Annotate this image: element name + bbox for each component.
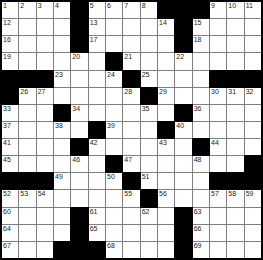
white-cell[interactable]: 65 xyxy=(89,225,105,241)
clue-number: 35 xyxy=(142,105,150,113)
clue-number: 40 xyxy=(176,122,184,130)
black-cell xyxy=(245,173,261,189)
clue-number: 20 xyxy=(72,53,80,61)
white-cell[interactable] xyxy=(89,88,105,104)
black-cell xyxy=(158,2,174,18)
white-cell[interactable] xyxy=(19,156,35,172)
white-cell[interactable] xyxy=(245,53,261,69)
clue-number: 2 xyxy=(20,2,24,10)
black-cell xyxy=(210,71,226,87)
white-cell[interactable]: 42 xyxy=(89,139,105,155)
white-cell[interactable]: 40 xyxy=(175,122,191,138)
clue-number: 37 xyxy=(3,122,11,130)
white-cell[interactable] xyxy=(210,225,226,241)
white-cell[interactable] xyxy=(123,19,139,35)
white-cell[interactable]: 10 xyxy=(227,2,243,18)
white-cell[interactable]: 5 xyxy=(89,2,105,18)
white-cell[interactable] xyxy=(141,225,157,241)
clue-number: 25 xyxy=(142,71,150,79)
white-cell[interactable] xyxy=(193,53,209,69)
black-cell xyxy=(175,105,191,121)
white-cell[interactable] xyxy=(210,208,226,224)
white-cell[interactable]: 39 xyxy=(106,122,122,138)
clue-number: 47 xyxy=(124,156,132,164)
white-cell[interactable] xyxy=(227,139,243,155)
white-cell[interactable] xyxy=(106,88,122,104)
white-cell[interactable]: 16 xyxy=(2,36,18,52)
white-cell[interactable] xyxy=(54,190,70,206)
clue-number: 19 xyxy=(3,53,11,61)
white-cell[interactable] xyxy=(175,71,191,87)
white-cell[interactable] xyxy=(245,208,261,224)
white-cell[interactable]: 31 xyxy=(227,88,243,104)
black-cell xyxy=(37,71,53,87)
white-cell[interactable]: 52 xyxy=(2,190,18,206)
white-cell[interactable] xyxy=(193,122,209,138)
white-cell[interactable] xyxy=(141,36,157,52)
white-cell[interactable]: 27 xyxy=(37,88,53,104)
white-cell[interactable]: 9 xyxy=(210,2,226,18)
clue-number: 44 xyxy=(211,139,219,147)
black-cell xyxy=(210,173,226,189)
clue-number: 32 xyxy=(246,88,254,96)
black-cell xyxy=(19,173,35,189)
white-cell[interactable]: 12 xyxy=(2,19,18,35)
white-cell[interactable]: 59 xyxy=(245,190,261,206)
white-cell[interactable]: 43 xyxy=(158,139,174,155)
white-cell[interactable]: 50 xyxy=(106,173,122,189)
white-cell[interactable] xyxy=(193,190,209,206)
clue-number: 36 xyxy=(194,105,202,113)
clue-number: 54 xyxy=(38,190,46,198)
clue-number: 18 xyxy=(194,36,202,44)
white-cell[interactable] xyxy=(175,88,191,104)
white-cell[interactable] xyxy=(71,122,87,138)
clue-number: 68 xyxy=(107,242,115,250)
white-cell[interactable] xyxy=(54,53,70,69)
black-cell xyxy=(89,122,105,138)
clue-number: 31 xyxy=(228,88,236,96)
clue-number: 27 xyxy=(38,88,46,96)
black-cell xyxy=(71,139,87,155)
clue-number: 8 xyxy=(142,2,146,10)
white-cell[interactable]: 8 xyxy=(141,2,157,18)
white-cell[interactable] xyxy=(106,190,122,206)
white-cell[interactable] xyxy=(227,156,243,172)
black-cell xyxy=(141,190,157,206)
black-cell xyxy=(245,71,261,87)
clue-number: 66 xyxy=(194,225,202,233)
clue-number: 53 xyxy=(20,190,28,198)
white-cell[interactable]: 49 xyxy=(54,173,70,189)
black-cell xyxy=(106,156,122,172)
clue-number: 63 xyxy=(194,208,202,216)
white-cell[interactable]: 2 xyxy=(19,2,35,18)
white-cell[interactable] xyxy=(106,19,122,35)
white-cell[interactable]: 63 xyxy=(193,208,209,224)
white-cell[interactable] xyxy=(193,88,209,104)
white-cell[interactable] xyxy=(37,105,53,121)
clue-number: 12 xyxy=(3,19,11,27)
white-cell[interactable] xyxy=(19,225,35,241)
white-cell[interactable]: 48 xyxy=(193,156,209,172)
clue-number: 5 xyxy=(90,2,94,10)
white-cell[interactable]: 1 xyxy=(2,2,18,18)
white-cell[interactable] xyxy=(158,208,174,224)
white-cell[interactable]: 58 xyxy=(227,190,243,206)
white-cell[interactable] xyxy=(141,53,157,69)
white-cell[interactable] xyxy=(54,88,70,104)
white-cell[interactable] xyxy=(19,122,35,138)
white-cell[interactable] xyxy=(227,208,243,224)
black-cell xyxy=(2,88,18,104)
clue-number: 14 xyxy=(159,19,167,27)
black-cell xyxy=(71,36,87,52)
white-cell[interactable] xyxy=(158,36,174,52)
clue-number: 22 xyxy=(176,53,184,61)
white-cell[interactable]: 37 xyxy=(2,122,18,138)
white-cell[interactable] xyxy=(227,19,243,35)
white-cell[interactable] xyxy=(158,242,174,258)
white-cell[interactable] xyxy=(245,19,261,35)
white-cell[interactable] xyxy=(141,122,157,138)
white-cell[interactable]: 18 xyxy=(193,36,209,52)
white-cell[interactable] xyxy=(37,36,53,52)
clue-number: 34 xyxy=(72,105,80,113)
white-cell[interactable]: 4 xyxy=(54,2,70,18)
white-cell[interactable]: 45 xyxy=(2,156,18,172)
white-cell[interactable] xyxy=(193,71,209,87)
white-cell[interactable] xyxy=(175,190,191,206)
clue-number: 42 xyxy=(90,139,98,147)
white-cell[interactable]: 6 xyxy=(106,2,122,18)
white-cell[interactable] xyxy=(245,225,261,241)
white-cell[interactable] xyxy=(37,156,53,172)
white-cell[interactable] xyxy=(89,190,105,206)
white-cell[interactable]: 14 xyxy=(158,19,174,35)
black-cell xyxy=(141,88,157,104)
clue-number: 26 xyxy=(20,88,28,96)
clue-number: 67 xyxy=(3,242,11,250)
white-cell[interactable] xyxy=(245,122,261,138)
clue-number: 41 xyxy=(3,139,11,147)
clue-number: 38 xyxy=(55,122,63,130)
white-cell[interactable] xyxy=(106,105,122,121)
white-cell[interactable] xyxy=(54,156,70,172)
clue-number: 7 xyxy=(124,2,128,10)
white-cell[interactable]: 34 xyxy=(71,105,87,121)
clue-number: 57 xyxy=(211,190,219,198)
white-cell[interactable]: 36 xyxy=(193,105,209,121)
clue-number: 56 xyxy=(159,190,167,198)
white-cell[interactable] xyxy=(227,122,243,138)
white-cell[interactable]: 25 xyxy=(141,71,157,87)
black-cell xyxy=(71,225,87,241)
white-cell[interactable]: 38 xyxy=(54,122,70,138)
white-cell[interactable] xyxy=(71,88,87,104)
clue-number: 61 xyxy=(90,208,98,216)
black-cell xyxy=(175,208,191,224)
black-cell xyxy=(227,173,243,189)
white-cell[interactable]: 61 xyxy=(89,208,105,224)
clue-number: 59 xyxy=(246,190,254,198)
crossword-grid: 1234567891011121314151617181920212223242… xyxy=(0,0,263,260)
clue-number: 55 xyxy=(124,190,132,198)
clue-number: 49 xyxy=(55,173,63,181)
white-cell[interactable]: 35 xyxy=(141,105,157,121)
white-cell[interactable] xyxy=(106,208,122,224)
black-cell xyxy=(175,242,191,258)
white-cell[interactable]: 15 xyxy=(193,19,209,35)
clue-number: 3 xyxy=(38,2,42,10)
black-cell xyxy=(175,19,191,35)
white-cell[interactable] xyxy=(123,225,139,241)
white-cell[interactable]: 66 xyxy=(193,225,209,241)
white-cell[interactable]: 62 xyxy=(141,208,157,224)
white-cell[interactable] xyxy=(89,156,105,172)
clue-number: 23 xyxy=(55,71,63,79)
clue-number: 60 xyxy=(3,208,11,216)
clue-number: 33 xyxy=(3,105,11,113)
white-cell[interactable]: 64 xyxy=(2,225,18,241)
black-cell xyxy=(54,242,70,258)
white-cell[interactable]: 44 xyxy=(210,139,226,155)
white-cell[interactable] xyxy=(37,225,53,241)
clue-number: 65 xyxy=(90,225,98,233)
clue-number: 69 xyxy=(194,242,202,250)
white-cell[interactable] xyxy=(37,53,53,69)
white-cell[interactable] xyxy=(106,225,122,241)
white-cell[interactable]: 20 xyxy=(71,53,87,69)
white-cell[interactable] xyxy=(210,122,226,138)
white-cell[interactable] xyxy=(227,225,243,241)
white-cell[interactable]: 60 xyxy=(2,208,18,224)
white-cell[interactable] xyxy=(141,156,157,172)
white-cell[interactable] xyxy=(210,53,226,69)
clue-number: 13 xyxy=(90,19,98,27)
white-cell[interactable]: 24 xyxy=(106,71,122,87)
black-cell xyxy=(2,173,18,189)
white-cell[interactable] xyxy=(227,242,243,258)
white-cell[interactable]: 54 xyxy=(37,190,53,206)
clue-number: 16 xyxy=(3,36,11,44)
black-cell xyxy=(175,2,191,18)
black-cell xyxy=(71,208,87,224)
white-cell[interactable] xyxy=(123,242,139,258)
clue-number: 52 xyxy=(3,190,11,198)
white-cell[interactable] xyxy=(19,208,35,224)
white-cell[interactable] xyxy=(89,53,105,69)
clue-number: 1 xyxy=(3,2,7,10)
white-cell[interactable] xyxy=(193,173,209,189)
white-cell[interactable]: 69 xyxy=(193,242,209,258)
white-cell[interactable] xyxy=(54,19,70,35)
black-cell xyxy=(193,139,209,155)
black-cell xyxy=(54,105,70,121)
white-cell[interactable] xyxy=(54,36,70,52)
white-cell[interactable] xyxy=(227,53,243,69)
white-cell[interactable] xyxy=(19,36,35,52)
white-cell[interactable]: 28 xyxy=(123,88,139,104)
white-cell[interactable] xyxy=(141,242,157,258)
clue-number: 4 xyxy=(55,2,59,10)
black-cell xyxy=(89,242,105,258)
white-cell[interactable] xyxy=(158,71,174,87)
white-cell[interactable] xyxy=(210,19,226,35)
white-cell[interactable] xyxy=(123,208,139,224)
white-cell[interactable] xyxy=(54,139,70,155)
white-cell[interactable] xyxy=(19,139,35,155)
white-cell[interactable] xyxy=(123,36,139,52)
white-cell[interactable] xyxy=(158,156,174,172)
clue-number: 51 xyxy=(142,173,150,181)
white-cell[interactable]: 17 xyxy=(89,36,105,52)
white-cell[interactable] xyxy=(106,36,122,52)
white-cell[interactable]: 47 xyxy=(123,156,139,172)
black-cell xyxy=(123,173,139,189)
white-cell[interactable] xyxy=(175,156,191,172)
white-cell[interactable] xyxy=(19,242,35,258)
clue-number: 50 xyxy=(107,173,115,181)
clue-number: 62 xyxy=(142,208,150,216)
white-cell[interactable] xyxy=(19,19,35,35)
white-cell[interactable] xyxy=(123,139,139,155)
white-cell[interactable] xyxy=(37,242,53,258)
white-cell[interactable] xyxy=(71,190,87,206)
white-cell[interactable] xyxy=(245,105,261,121)
white-cell[interactable] xyxy=(245,242,261,258)
clue-number: 39 xyxy=(107,122,115,130)
white-cell[interactable] xyxy=(158,173,174,189)
white-cell[interactable] xyxy=(89,71,105,87)
black-cell xyxy=(123,71,139,87)
white-cell[interactable] xyxy=(245,139,261,155)
white-cell[interactable]: 67 xyxy=(2,242,18,258)
clue-number: 45 xyxy=(3,156,11,164)
white-cell[interactable] xyxy=(245,36,261,52)
white-cell[interactable]: 29 xyxy=(158,88,174,104)
white-cell[interactable] xyxy=(227,105,243,121)
white-cell[interactable] xyxy=(19,105,35,121)
white-cell[interactable]: 19 xyxy=(2,53,18,69)
clue-number: 30 xyxy=(211,88,219,96)
white-cell[interactable]: 57 xyxy=(210,190,226,206)
clue-number: 6 xyxy=(107,2,111,10)
white-cell[interactable]: 13 xyxy=(89,19,105,35)
white-cell[interactable] xyxy=(123,122,139,138)
black-cell xyxy=(175,36,191,52)
black-cell xyxy=(71,2,87,18)
white-cell[interactable]: 11 xyxy=(245,2,261,18)
clue-number: 15 xyxy=(194,19,202,27)
white-cell[interactable] xyxy=(123,105,139,121)
white-cell[interactable] xyxy=(210,105,226,121)
white-cell[interactable] xyxy=(227,36,243,52)
black-cell xyxy=(245,156,261,172)
white-cell[interactable] xyxy=(175,173,191,189)
white-cell[interactable] xyxy=(210,156,226,172)
white-cell[interactable] xyxy=(71,173,87,189)
clue-number: 64 xyxy=(3,225,11,233)
clue-number: 58 xyxy=(228,190,236,198)
white-cell[interactable]: 33 xyxy=(2,105,18,121)
black-cell xyxy=(71,19,87,35)
white-cell[interactable] xyxy=(71,71,87,87)
clue-number: 10 xyxy=(228,2,236,10)
white-cell[interactable]: 51 xyxy=(141,173,157,189)
clue-number: 21 xyxy=(124,53,132,61)
black-cell xyxy=(2,71,18,87)
black-cell xyxy=(193,2,209,18)
black-cell xyxy=(227,71,243,87)
white-cell[interactable]: 3 xyxy=(37,2,53,18)
white-cell[interactable] xyxy=(54,225,70,241)
white-cell[interactable] xyxy=(37,139,53,155)
white-cell[interactable] xyxy=(37,122,53,138)
white-cell[interactable] xyxy=(158,225,174,241)
white-cell[interactable] xyxy=(210,242,226,258)
white-cell[interactable] xyxy=(158,105,174,121)
white-cell[interactable] xyxy=(37,208,53,224)
white-cell[interactable] xyxy=(141,139,157,155)
clue-number: 46 xyxy=(72,156,80,164)
white-cell[interactable] xyxy=(37,19,53,35)
black-cell xyxy=(37,173,53,189)
white-cell[interactable]: 46 xyxy=(71,156,87,172)
white-cell[interactable] xyxy=(19,53,35,69)
white-cell[interactable] xyxy=(89,173,105,189)
white-cell[interactable]: 23 xyxy=(54,71,70,87)
black-cell xyxy=(106,53,122,69)
clue-number: 24 xyxy=(107,71,115,79)
white-cell[interactable]: 7 xyxy=(123,2,139,18)
white-cell[interactable]: 41 xyxy=(2,139,18,155)
white-cell[interactable]: 53 xyxy=(19,190,35,206)
black-cell xyxy=(71,242,87,258)
white-cell[interactable] xyxy=(210,36,226,52)
white-cell[interactable]: 21 xyxy=(123,53,139,69)
white-cell[interactable] xyxy=(54,208,70,224)
clue-number: 29 xyxy=(159,88,167,96)
white-cell[interactable]: 56 xyxy=(158,190,174,206)
white-cell[interactable]: 32 xyxy=(245,88,261,104)
black-cell xyxy=(158,122,174,138)
clue-number: 17 xyxy=(90,36,98,44)
black-cell xyxy=(175,225,191,241)
white-cell[interactable]: 26 xyxy=(19,88,35,104)
clue-number: 48 xyxy=(194,156,202,164)
white-cell[interactable]: 55 xyxy=(123,190,139,206)
clue-number: 43 xyxy=(159,139,167,147)
white-cell[interactable] xyxy=(175,139,191,155)
white-cell[interactable]: 22 xyxy=(175,53,191,69)
white-cell[interactable]: 30 xyxy=(210,88,226,104)
white-cell[interactable] xyxy=(89,105,105,121)
clue-number: 28 xyxy=(124,88,132,96)
white-cell[interactable] xyxy=(141,19,157,35)
white-cell[interactable]: 68 xyxy=(106,242,122,258)
white-cell[interactable] xyxy=(106,139,122,155)
black-cell xyxy=(19,71,35,87)
clue-number: 11 xyxy=(246,2,253,10)
clue-number: 9 xyxy=(211,2,215,10)
white-cell[interactable] xyxy=(158,53,174,69)
